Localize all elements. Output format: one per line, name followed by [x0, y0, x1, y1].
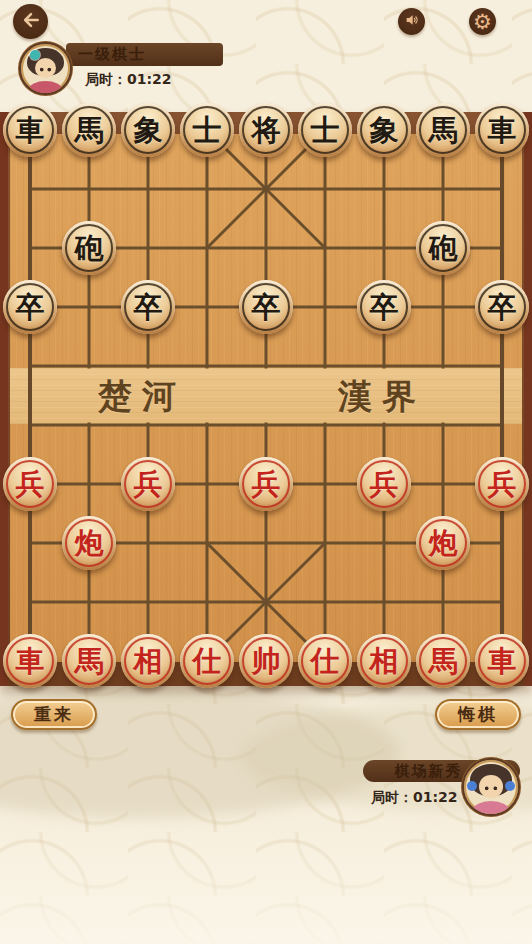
- board-point-r3c2[interactable]: 卒: [119, 278, 178, 337]
- board-point-r4c1[interactable]: [60, 337, 119, 396]
- piece-character: 砲: [419, 224, 467, 272]
- board-point-r7c7[interactable]: 炮: [414, 514, 473, 573]
- piece-black-r3c6[interactable]: 卒: [357, 280, 411, 334]
- board-point-r9c4[interactable]: 帅: [237, 632, 296, 691]
- board-point-r8c1[interactable]: [60, 573, 119, 632]
- board-point-r7c8[interactable]: [473, 514, 532, 573]
- game-screen: ⚙ 一级棋士 局时：01:22 楚河 漢界: [0, 0, 532, 944]
- board-point-r8c4[interactable]: [237, 573, 296, 632]
- piece-black-r2c1[interactable]: 砲: [62, 221, 116, 275]
- piece-character: 相: [124, 637, 172, 685]
- piece-red-r6c6[interactable]: 兵: [357, 457, 411, 511]
- board-point-r2c6[interactable]: [355, 219, 414, 278]
- board-point-r2c2[interactable]: [119, 219, 178, 278]
- board-point-r0c4[interactable]: 将: [237, 101, 296, 160]
- piece-character: 卒: [6, 283, 54, 331]
- piece-black-r0c1[interactable]: 馬: [62, 103, 116, 157]
- board-point-r9c7[interactable]: 馬: [414, 632, 473, 691]
- board-point-r5c8[interactable]: [473, 396, 532, 455]
- board-point-r7c0[interactable]: [1, 514, 60, 573]
- piece-black-r3c0[interactable]: 卒: [3, 280, 57, 334]
- player-top-avatar[interactable]: [19, 42, 72, 95]
- board-point-r3c5[interactable]: [296, 278, 355, 337]
- board-point-r0c1[interactable]: 馬: [60, 101, 119, 160]
- board-point-r3c4[interactable]: 卒: [237, 278, 296, 337]
- board-point-r6c3[interactable]: [178, 455, 237, 514]
- board-point-r4c7[interactable]: [414, 337, 473, 396]
- board-point-r6c8[interactable]: 兵: [473, 455, 532, 514]
- piece-black-r2c7[interactable]: 砲: [416, 221, 470, 275]
- piece-character: 卒: [478, 283, 526, 331]
- piece-red-r9c6[interactable]: 相: [357, 634, 411, 688]
- piece-red-r9c5[interactable]: 仕: [298, 634, 352, 688]
- speaker-icon: [404, 12, 420, 31]
- piece-red-r7c7[interactable]: 炮: [416, 516, 470, 570]
- board-point-r3c7[interactable]: [414, 278, 473, 337]
- xiangqi-board: 楚河 漢界: [0, 112, 532, 686]
- board-point-r9c2[interactable]: 相: [119, 632, 178, 691]
- piece-black-r0c6[interactable]: 象: [357, 103, 411, 157]
- player-bottom-name: 棋场新秀: [395, 762, 463, 780]
- piece-character: 兵: [242, 460, 290, 508]
- undo-button[interactable]: 悔棋: [435, 699, 521, 730]
- board-point-r5c5[interactable]: [296, 396, 355, 455]
- back-button[interactable]: [13, 4, 48, 39]
- board-point-r2c7[interactable]: 砲: [414, 219, 473, 278]
- board-point-r6c7[interactable]: [414, 455, 473, 514]
- board-point-r0c7[interactable]: 馬: [414, 101, 473, 160]
- board-point-r4c4[interactable]: [237, 337, 296, 396]
- board-point-r9c8[interactable]: 車: [473, 632, 532, 691]
- board-point-r5c6[interactable]: [355, 396, 414, 455]
- board-point-r2c0[interactable]: [1, 219, 60, 278]
- board-point-r0c2[interactable]: 象: [119, 101, 178, 160]
- piece-character: 兵: [360, 460, 408, 508]
- piece-black-r3c8[interactable]: 卒: [475, 280, 529, 334]
- board-point-r1c8[interactable]: [473, 160, 532, 219]
- piece-character: 卒: [124, 283, 172, 331]
- piece-character: 兵: [124, 460, 172, 508]
- player-bottom-avatar[interactable]: [462, 758, 520, 816]
- piece-red-r6c4[interactable]: 兵: [239, 457, 293, 511]
- board-point-r7c1[interactable]: 炮: [60, 514, 119, 573]
- restart-button[interactable]: 重来: [11, 699, 97, 730]
- piece-character: 仕: [301, 637, 349, 685]
- piece-character: 馬: [65, 637, 113, 685]
- piece-character: 帅: [242, 637, 290, 685]
- board-point-r1c3[interactable]: [178, 160, 237, 219]
- board-point-r4c5[interactable]: [296, 337, 355, 396]
- back-arrow-icon: [21, 10, 41, 33]
- player-bottom-timer: 局时：01:22: [371, 789, 458, 807]
- piece-character: 相: [360, 637, 408, 685]
- piece-black-r0c2[interactable]: 象: [121, 103, 175, 157]
- avatar-face: [35, 58, 57, 79]
- avatar-face: [479, 775, 503, 798]
- piece-red-r9c0[interactable]: 車: [3, 634, 57, 688]
- board-point-r3c0[interactable]: 卒: [1, 278, 60, 337]
- board-point-r8c8[interactable]: [473, 573, 532, 632]
- piece-character: 馬: [65, 106, 113, 154]
- piece-red-r6c8[interactable]: 兵: [475, 457, 529, 511]
- piece-character: 砲: [65, 224, 113, 272]
- piece-red-r9c2[interactable]: 相: [121, 634, 175, 688]
- sound-button[interactable]: [398, 8, 425, 35]
- avatar-bow-accessory: [467, 781, 477, 791]
- board-point-r1c2[interactable]: [119, 160, 178, 219]
- board-point-r5c4[interactable]: [237, 396, 296, 455]
- board-point-r4c6[interactable]: [355, 337, 414, 396]
- piece-character: 象: [124, 106, 172, 154]
- board-point-r6c2[interactable]: 兵: [119, 455, 178, 514]
- pieces-grid: 車馬象士将士象馬車砲砲卒卒卒卒卒兵兵兵兵兵炮炮車馬相仕帅仕相馬車: [1, 101, 532, 691]
- piece-black-r0c4[interactable]: 将: [239, 103, 293, 157]
- board-point-r1c6[interactable]: [355, 160, 414, 219]
- board-point-r3c8[interactable]: 卒: [473, 278, 532, 337]
- board-point-r2c8[interactable]: [473, 219, 532, 278]
- board-point-r2c1[interactable]: 砲: [60, 219, 119, 278]
- board-point-r3c6[interactable]: 卒: [355, 278, 414, 337]
- board-point-r1c7[interactable]: [414, 160, 473, 219]
- piece-red-r6c2[interactable]: 兵: [121, 457, 175, 511]
- avatar-clothes: [473, 801, 510, 816]
- board-point-r0c8[interactable]: 車: [473, 101, 532, 160]
- piece-character: 卒: [242, 283, 290, 331]
- board-point-r7c5[interactable]: [296, 514, 355, 573]
- piece-character: 兵: [6, 460, 54, 508]
- piece-character: 兵: [478, 460, 526, 508]
- piece-red-r9c1[interactable]: 馬: [62, 634, 116, 688]
- board-point-r9c6[interactable]: 相: [355, 632, 414, 691]
- board-point-r7c4[interactable]: [237, 514, 296, 573]
- board-point-r9c1[interactable]: 馬: [60, 632, 119, 691]
- piece-black-r0c0[interactable]: 車: [3, 103, 57, 157]
- player-top-name-banner: 一级棋士: [66, 43, 223, 66]
- piece-character: 車: [6, 637, 54, 685]
- piece-black-r3c2[interactable]: 卒: [121, 280, 175, 334]
- cloud-band: [0, 824, 532, 944]
- piece-character: 車: [478, 106, 526, 154]
- piece-red-r9c7[interactable]: 馬: [416, 634, 470, 688]
- board-point-r7c2[interactable]: [119, 514, 178, 573]
- board-point-r0c6[interactable]: 象: [355, 101, 414, 160]
- board-point-r8c5[interactable]: [296, 573, 355, 632]
- piece-character: 馬: [419, 637, 467, 685]
- piece-character: 炮: [65, 519, 113, 567]
- board-point-r6c6[interactable]: 兵: [355, 455, 414, 514]
- board-point-r7c3[interactable]: [178, 514, 237, 573]
- piece-black-r0c7[interactable]: 馬: [416, 103, 470, 157]
- piece-character: 象: [360, 106, 408, 154]
- board-point-r9c0[interactable]: 車: [1, 632, 60, 691]
- board-point-r8c7[interactable]: [414, 573, 473, 632]
- board-point-r7c6[interactable]: [355, 514, 414, 573]
- board-point-r0c0[interactable]: 車: [1, 101, 60, 160]
- board-point-r4c0[interactable]: [1, 337, 60, 396]
- board-point-r4c8[interactable]: [473, 337, 532, 396]
- board-point-r5c1[interactable]: [60, 396, 119, 455]
- piece-character: 車: [6, 106, 54, 154]
- piece-character: 将: [242, 106, 290, 154]
- piece-red-r7c1[interactable]: 炮: [62, 516, 116, 570]
- board-point-r1c0[interactable]: [1, 160, 60, 219]
- piece-red-r9c4[interactable]: 帅: [239, 634, 293, 688]
- gear-icon: ⚙: [473, 11, 492, 32]
- piece-character: 馬: [419, 106, 467, 154]
- player-top-timer: 局时：01:22: [85, 71, 172, 89]
- board-point-r8c2[interactable]: [119, 573, 178, 632]
- board-point-r4c2[interactable]: [119, 337, 178, 396]
- settings-button[interactable]: ⚙: [469, 8, 496, 35]
- board-point-r3c1[interactable]: [60, 278, 119, 337]
- piece-black-r0c5[interactable]: 士: [298, 103, 352, 157]
- piece-character: 炮: [419, 519, 467, 567]
- player-top-name: 一级棋士: [78, 45, 146, 63]
- piece-black-r0c8[interactable]: 車: [475, 103, 529, 157]
- board-point-r2c3[interactable]: [178, 219, 237, 278]
- piece-character: 士: [301, 106, 349, 154]
- board-point-r0c5[interactable]: 士: [296, 101, 355, 160]
- board-point-r0c3[interactable]: 士: [178, 101, 237, 160]
- board-point-r6c5[interactable]: [296, 455, 355, 514]
- board-point-r8c3[interactable]: [178, 573, 237, 632]
- board-point-r5c3[interactable]: [178, 396, 237, 455]
- board-point-r9c3[interactable]: 仕: [178, 632, 237, 691]
- piece-black-r0c3[interactable]: 士: [180, 103, 234, 157]
- board-point-r9c5[interactable]: 仕: [296, 632, 355, 691]
- piece-red-r9c3[interactable]: 仕: [180, 634, 234, 688]
- board-point-r5c0[interactable]: [1, 396, 60, 455]
- piece-red-r9c8[interactable]: 車: [475, 634, 529, 688]
- avatar-flower-accessory: [30, 50, 40, 60]
- piece-black-r3c4[interactable]: 卒: [239, 280, 293, 334]
- board-point-r1c5[interactable]: [296, 160, 355, 219]
- piece-character: 卒: [360, 283, 408, 331]
- board-point-r5c7[interactable]: [414, 396, 473, 455]
- board-point-r8c0[interactable]: [1, 573, 60, 632]
- board-point-r2c4[interactable]: [237, 219, 296, 278]
- board-point-r1c1[interactable]: [60, 160, 119, 219]
- piece-red-r6c0[interactable]: 兵: [3, 457, 57, 511]
- board-point-r8c6[interactable]: [355, 573, 414, 632]
- board-point-r4c3[interactable]: [178, 337, 237, 396]
- piece-character: 士: [183, 106, 231, 154]
- avatar-clothes: [29, 81, 62, 95]
- board-point-r6c0[interactable]: 兵: [1, 455, 60, 514]
- board-point-r2c5[interactable]: [296, 219, 355, 278]
- board-point-r1c4[interactable]: [237, 160, 296, 219]
- board-point-r6c4[interactable]: 兵: [237, 455, 296, 514]
- board-point-r3c3[interactable]: [178, 278, 237, 337]
- piece-character: 仕: [183, 637, 231, 685]
- board-point-r5c2[interactable]: [119, 396, 178, 455]
- board-point-r6c1[interactable]: [60, 455, 119, 514]
- piece-character: 車: [478, 637, 526, 685]
